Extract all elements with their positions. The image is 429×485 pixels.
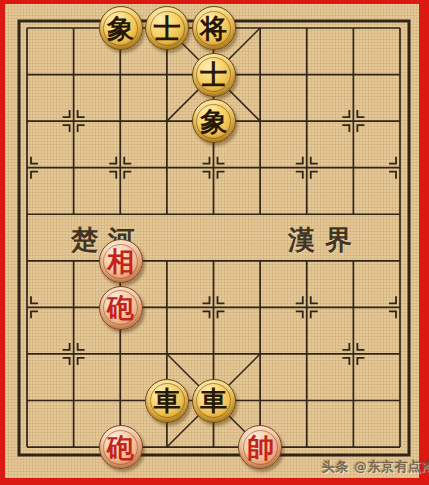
piece-red-cannon[interactable]: 砲 [99,286,143,330]
piece-black-advisor[interactable]: 士 [145,6,189,50]
watermark: 头条 @东京有点冷 [322,458,429,476]
screenshot-root: 楚河 漢界 象士将士象相砲車車砲帥 头条 @东京有点冷 [0,0,429,485]
board-grid[interactable]: 象士将士象相砲車車砲帥 [4,5,424,471]
piece-black-chariot[interactable]: 車 [192,379,236,423]
piece-black-general[interactable]: 将 [192,6,236,50]
piece-black-chariot[interactable]: 車 [145,379,189,423]
piece-red-elephant[interactable]: 相 [99,239,143,283]
piece-black-elephant[interactable]: 象 [192,99,236,143]
piece-red-general[interactable]: 帥 [238,425,282,469]
piece-black-advisor[interactable]: 士 [192,53,236,97]
piece-black-elephant[interactable]: 象 [99,6,143,50]
piece-red-cannon[interactable]: 砲 [99,425,143,469]
xiangqi-board: 楚河 漢界 象士将士象相砲車車砲帥 [5,4,419,478]
